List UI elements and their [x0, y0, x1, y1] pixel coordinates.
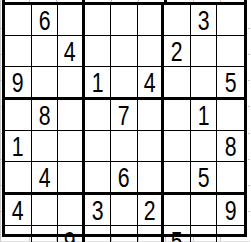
cell-r6c4[interactable]	[85, 162, 112, 195]
given-digit: 3	[198, 5, 210, 35]
cell-r4c1[interactable]	[5, 100, 32, 131]
cell-r2c4[interactable]	[85, 36, 112, 67]
given-digit: 9	[12, 67, 24, 97]
cell-r2c9[interactable]	[217, 36, 244, 67]
given-digit: 8	[38, 100, 50, 130]
cell-r2c6[interactable]	[138, 36, 165, 67]
cell-r4c3[interactable]	[58, 100, 85, 131]
cell-r1c3[interactable]	[58, 5, 85, 36]
given-digit: 5	[225, 67, 237, 97]
cell-r8c2[interactable]	[32, 226, 59, 242]
cell-r8c6[interactable]	[138, 226, 165, 242]
cell-r6c8[interactable]: 5	[191, 162, 218, 195]
cell-r8c8[interactable]	[191, 226, 218, 242]
cell-r3c9[interactable]: 5	[217, 67, 244, 100]
cell-r5c8[interactable]	[191, 131, 218, 162]
cell-r5c4[interactable]	[85, 131, 112, 162]
cell-r3c1[interactable]: 9	[5, 67, 32, 100]
cell-r1c5[interactable]	[111, 5, 138, 36]
cell-r4c2[interactable]: 8	[32, 100, 59, 131]
cell-r6c1[interactable]	[5, 162, 32, 195]
cell-r6c5[interactable]: 6	[111, 162, 138, 195]
cell-r7c6[interactable]: 2	[138, 195, 165, 226]
cell-r8c4[interactable]	[85, 226, 112, 242]
cell-r1c4[interactable]	[85, 5, 112, 36]
given-digit: 2	[171, 36, 183, 66]
spreadsheet-gridline-tick	[248, 211, 251, 212]
cell-r2c5[interactable]	[111, 36, 138, 67]
cell-r5c1[interactable]: 1	[5, 131, 32, 162]
spreadsheet-gridline-tick	[248, 28, 251, 29]
given-digit: 5	[198, 162, 210, 192]
cell-r1c6[interactable]	[138, 5, 165, 36]
cell-r7c5[interactable]	[111, 195, 138, 226]
cell-r3c4[interactable]: 1	[85, 67, 112, 100]
cell-r5c3[interactable]	[58, 131, 85, 162]
cell-r2c7[interactable]: 2	[164, 36, 191, 67]
cell-r6c6[interactable]	[138, 162, 165, 195]
cell-r4c7[interactable]	[164, 100, 191, 131]
cell-r5c7[interactable]	[164, 131, 191, 162]
given-digit: 7	[118, 100, 130, 130]
given-digit: 6	[118, 162, 130, 192]
cell-r6c2[interactable]: 4	[32, 162, 59, 195]
cell-r7c9[interactable]: 9	[217, 195, 244, 226]
cell-r8c9[interactable]	[217, 226, 244, 242]
spreadsheet-gridline-tick	[248, 159, 251, 160]
spreadsheet-gridline-tick	[248, 185, 251, 186]
given-digit: 1	[12, 131, 24, 161]
cell-r4c6[interactable]	[138, 100, 165, 131]
given-digit: 4	[144, 67, 156, 97]
cell-r1c8[interactable]: 3	[191, 5, 218, 36]
cell-r3c8[interactable]	[191, 67, 218, 100]
given-digit: 1	[198, 100, 210, 130]
given-digit: 1	[92, 67, 104, 97]
cell-r2c1[interactable]	[5, 36, 32, 67]
cell-r7c7[interactable]	[164, 195, 191, 226]
cell-r8c7[interactable]: 5	[164, 226, 191, 242]
cell-r7c1[interactable]: 4	[5, 195, 32, 226]
cell-r5c2[interactable]	[32, 131, 59, 162]
given-digit: 4	[64, 36, 76, 66]
given-digit: 4	[12, 195, 24, 225]
cell-r3c7[interactable]	[164, 67, 191, 100]
given-digit: 3	[92, 195, 104, 225]
spreadsheet-gridline-tick	[248, 54, 251, 55]
cell-r3c5[interactable]	[111, 67, 138, 100]
given-digit: 9	[225, 195, 237, 225]
given-digit: 4	[38, 162, 50, 192]
cell-r1c9[interactable]	[217, 5, 244, 36]
cell-r5c5[interactable]	[111, 131, 138, 162]
cell-r6c7[interactable]	[164, 162, 191, 195]
cell-r7c2[interactable]	[32, 195, 59, 226]
cell-r3c2[interactable]	[32, 67, 59, 100]
cell-r5c6[interactable]	[138, 131, 165, 162]
given-digit: 8	[225, 131, 237, 161]
given-digit: 2	[144, 195, 156, 225]
cell-r7c4[interactable]: 3	[85, 195, 112, 226]
cell-r2c3[interactable]: 4	[58, 36, 85, 67]
spreadsheet-gridline-tick	[248, 106, 251, 107]
cell-r4c9[interactable]	[217, 100, 244, 131]
cell-r3c3[interactable]	[58, 67, 85, 100]
cell-r6c3[interactable]	[58, 162, 85, 195]
cell-r7c3[interactable]	[58, 195, 85, 226]
sudoku-screenshot: 634291458711846543299558	[0, 0, 250, 242]
given-digit: 9	[64, 226, 76, 242]
cell-r8c3[interactable]: 9	[58, 226, 85, 242]
given-digit: 6	[38, 5, 50, 35]
sudoku-board: 634291458711846543299558	[2, 2, 247, 237]
given-digit: 5	[171, 226, 183, 242]
cell-r1c2[interactable]: 6	[32, 5, 59, 36]
cell-r3c6[interactable]: 4	[138, 67, 165, 100]
cell-r6c9[interactable]	[217, 162, 244, 195]
cell-r4c8[interactable]: 1	[191, 100, 218, 131]
cell-r2c2[interactable]	[32, 36, 59, 67]
cell-r2c8[interactable]	[191, 36, 218, 67]
cell-r4c4[interactable]	[85, 100, 112, 131]
cell-r4c5[interactable]: 7	[111, 100, 138, 131]
spreadsheet-gridline-tick	[0, 0, 1, 242]
cell-r1c7[interactable]	[164, 5, 191, 36]
cell-r5c9[interactable]: 8	[217, 131, 244, 162]
cell-r7c8[interactable]	[191, 195, 218, 226]
cell-r1c1[interactable]	[5, 5, 32, 36]
spreadsheet-gridline-tick	[248, 80, 251, 81]
spreadsheet-gridline-tick	[248, 133, 251, 134]
cell-r8c1[interactable]	[5, 226, 32, 242]
cell-r8c5[interactable]	[111, 226, 138, 242]
